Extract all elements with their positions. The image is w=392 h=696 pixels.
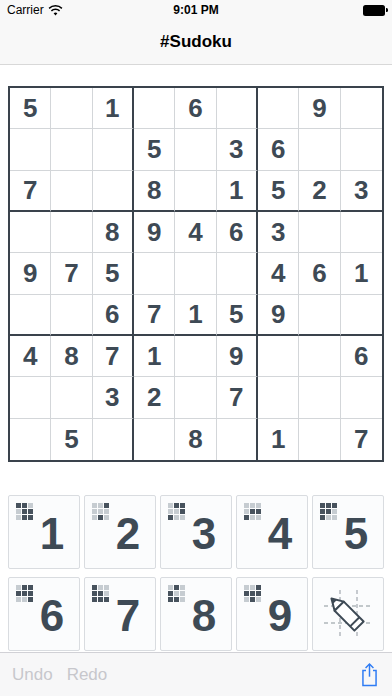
- sudoku-cell-r7c5[interactable]: [175, 336, 216, 377]
- sudoku-cell-r3c7[interactable]: 5: [258, 171, 299, 212]
- sudoku-cell-r2c8[interactable]: [299, 129, 340, 170]
- sudoku-cell-r6c2[interactable]: [51, 295, 92, 336]
- pencil-button[interactable]: [312, 577, 384, 651]
- sudoku-cell-r5c4[interactable]: [134, 253, 175, 294]
- sudoku-cell-r7c1[interactable]: 4: [10, 336, 51, 377]
- share-icon: [359, 661, 380, 688]
- digit-label: 1: [40, 512, 64, 556]
- digit-button-3[interactable]: 3: [160, 495, 232, 569]
- digit-label: 2: [116, 512, 140, 556]
- sudoku-cell-r1c1[interactable]: 5: [10, 88, 51, 129]
- sudoku-cell-r1c2[interactable]: [51, 88, 92, 129]
- sudoku-cell-r6c9[interactable]: [341, 295, 382, 336]
- sudoku-cell-r9c6[interactable]: [217, 419, 258, 460]
- page-title: #Sudoku: [160, 32, 232, 52]
- sudoku-cell-r4c8[interactable]: [299, 212, 340, 253]
- digit-boxes-grid-icon: [244, 503, 261, 520]
- sudoku-cell-r6c5[interactable]: 1: [175, 295, 216, 336]
- digit-label: 5: [344, 512, 368, 556]
- sudoku-cell-r6c6[interactable]: 5: [217, 295, 258, 336]
- share-button[interactable]: [359, 661, 380, 688]
- sudoku-cell-r8c5[interactable]: [175, 377, 216, 418]
- sudoku-cell-r7c2[interactable]: 8: [51, 336, 92, 377]
- sudoku-cell-r5c9[interactable]: 1: [341, 253, 382, 294]
- digit-button-8[interactable]: 8: [160, 577, 232, 651]
- sudoku-cell-r4c9[interactable]: [341, 212, 382, 253]
- digit-boxes-grid-icon: [92, 585, 109, 602]
- sudoku-cell-r3c5[interactable]: [175, 171, 216, 212]
- sudoku-cell-r9c9[interactable]: 7: [341, 419, 382, 460]
- sudoku-cell-r7c9[interactable]: 6: [341, 336, 382, 377]
- digit-label: 3: [192, 512, 216, 556]
- sudoku-cell-r8c7[interactable]: [258, 377, 299, 418]
- sudoku-cell-r8c8[interactable]: [299, 377, 340, 418]
- digit-button-9[interactable]: 9: [236, 577, 308, 651]
- sudoku-cell-r9c5[interactable]: 8: [175, 419, 216, 460]
- sudoku-cell-r3c2[interactable]: [51, 171, 92, 212]
- sudoku-cell-r8c1[interactable]: [10, 377, 51, 418]
- sudoku-cell-r4c6[interactable]: 6: [217, 212, 258, 253]
- sudoku-cell-r8c9[interactable]: [341, 377, 382, 418]
- sudoku-cell-r4c5[interactable]: 4: [175, 212, 216, 253]
- digit-button-7[interactable]: 7: [84, 577, 156, 651]
- sudoku-cell-r3c1[interactable]: 7: [10, 171, 51, 212]
- sudoku-board: 5169536781523894639754616715948719632758…: [8, 86, 384, 462]
- sudoku-cell-r4c3[interactable]: 8: [93, 212, 134, 253]
- sudoku-cell-r5c6[interactable]: [217, 253, 258, 294]
- carrier-label: Carrier: [7, 3, 44, 17]
- digit-boxes-grid-icon: [244, 585, 261, 602]
- digit-boxes-grid-icon: [168, 585, 185, 602]
- sudoku-cell-r3c8[interactable]: 2: [299, 171, 340, 212]
- sudoku-cell-r8c6[interactable]: 7: [217, 377, 258, 418]
- sudoku-cell-r7c6[interactable]: 9: [217, 336, 258, 377]
- digit-button-1[interactable]: 1: [8, 495, 80, 569]
- digit-label: 4: [268, 512, 292, 556]
- sudoku-cell-r1c8[interactable]: 9: [299, 88, 340, 129]
- sudoku-cell-r5c8[interactable]: 6: [299, 253, 340, 294]
- sudoku-cell-r4c7[interactable]: 3: [258, 212, 299, 253]
- sudoku-cell-r1c5[interactable]: 6: [175, 88, 216, 129]
- digit-label: 7: [116, 594, 140, 638]
- keypad: 12345 6789: [0, 462, 392, 651]
- sudoku-cell-r7c3[interactable]: 7: [93, 336, 134, 377]
- sudoku-cell-r2c6[interactable]: 3: [217, 129, 258, 170]
- sudoku-cell-r4c1[interactable]: [10, 212, 51, 253]
- sudoku-cell-r1c7[interactable]: [258, 88, 299, 129]
- sudoku-cell-r2c7[interactable]: 6: [258, 129, 299, 170]
- digit-button-6[interactable]: 6: [8, 577, 80, 651]
- sudoku-cell-r3c6[interactable]: 1: [217, 171, 258, 212]
- pencil-icon: [320, 586, 376, 642]
- digit-boxes-grid-icon: [16, 503, 33, 520]
- sudoku-cell-r9c3[interactable]: [93, 419, 134, 460]
- sudoku-cell-r5c5[interactable]: [175, 253, 216, 294]
- sudoku-cell-r4c2[interactable]: [51, 212, 92, 253]
- keypad-row-2: 6789: [8, 577, 384, 651]
- sudoku-cell-r1c4[interactable]: [134, 88, 175, 129]
- sudoku-cell-r7c8[interactable]: [299, 336, 340, 377]
- status-bar: Carrier 9:01 PM: [0, 0, 392, 20]
- sudoku-cell-r3c3[interactable]: [93, 171, 134, 212]
- digit-button-4[interactable]: 4: [236, 495, 308, 569]
- digit-button-5[interactable]: 5: [312, 495, 384, 569]
- sudoku-cell-r8c3[interactable]: 3: [93, 377, 134, 418]
- bottom-toolbar: Undo Redo: [0, 652, 392, 696]
- digit-label: 8: [192, 594, 216, 638]
- sudoku-cell-r7c4[interactable]: 1: [134, 336, 175, 377]
- sudoku-cell-r6c1[interactable]: [10, 295, 51, 336]
- sudoku-cell-r1c9[interactable]: [341, 88, 382, 129]
- sudoku-cell-r8c2[interactable]: [51, 377, 92, 418]
- digit-boxes-grid-icon: [16, 585, 33, 602]
- sudoku-cell-r2c4[interactable]: 5: [134, 129, 175, 170]
- sudoku-cell-r3c9[interactable]: 3: [341, 171, 382, 212]
- sudoku-cell-r5c2[interactable]: 7: [51, 253, 92, 294]
- sudoku-cell-r6c4[interactable]: 7: [134, 295, 175, 336]
- battery-icon: [363, 5, 385, 16]
- sudoku-cell-r7c7[interactable]: [258, 336, 299, 377]
- sudoku-cell-r8c4[interactable]: 2: [134, 377, 175, 418]
- sudoku-cell-r5c7[interactable]: 4: [258, 253, 299, 294]
- sudoku-cell-r6c7[interactable]: 9: [258, 295, 299, 336]
- sudoku-cell-r4c4[interactable]: 9: [134, 212, 175, 253]
- sudoku-cell-r9c1[interactable]: [10, 419, 51, 460]
- sudoku-cell-r2c2[interactable]: [51, 129, 92, 170]
- sudoku-cell-r5c1[interactable]: 9: [10, 253, 51, 294]
- sudoku-cell-r3c4[interactable]: 8: [134, 171, 175, 212]
- sudoku-cell-r2c5[interactable]: [175, 129, 216, 170]
- sudoku-cell-r6c8[interactable]: [299, 295, 340, 336]
- sudoku-cell-r9c8[interactable]: [299, 419, 340, 460]
- sudoku-cell-r2c1[interactable]: [10, 129, 51, 170]
- sudoku-cell-r6c3[interactable]: 6: [93, 295, 134, 336]
- app-window: Carrier 9:01 PM #Sudoku 5169536781523894…: [0, 0, 392, 696]
- sudoku-cell-r9c4[interactable]: [134, 419, 175, 460]
- digit-boxes-grid-icon: [320, 503, 337, 520]
- sudoku-cell-r2c9[interactable]: [341, 129, 382, 170]
- digit-label: 6: [40, 594, 64, 638]
- undo-button[interactable]: Undo: [12, 665, 53, 685]
- digit-boxes-grid-icon: [168, 503, 185, 520]
- digit-boxes-grid-icon: [92, 503, 109, 520]
- sudoku-cell-r5c3[interactable]: 5: [93, 253, 134, 294]
- sudoku-cell-r1c6[interactable]: [217, 88, 258, 129]
- redo-button[interactable]: Redo: [67, 665, 108, 685]
- digit-button-2[interactable]: 2: [84, 495, 156, 569]
- nav-bar: #Sudoku: [0, 20, 392, 65]
- sudoku-cell-r1c3[interactable]: 1: [93, 88, 134, 129]
- sudoku-cell-r2c3[interactable]: [93, 129, 134, 170]
- wifi-icon: [48, 5, 63, 16]
- sudoku-cell-r9c2[interactable]: 5: [51, 419, 92, 460]
- sudoku-cell-r9c7[interactable]: 1: [258, 419, 299, 460]
- digit-label: 9: [268, 594, 292, 638]
- keypad-row-1: 12345: [8, 495, 384, 569]
